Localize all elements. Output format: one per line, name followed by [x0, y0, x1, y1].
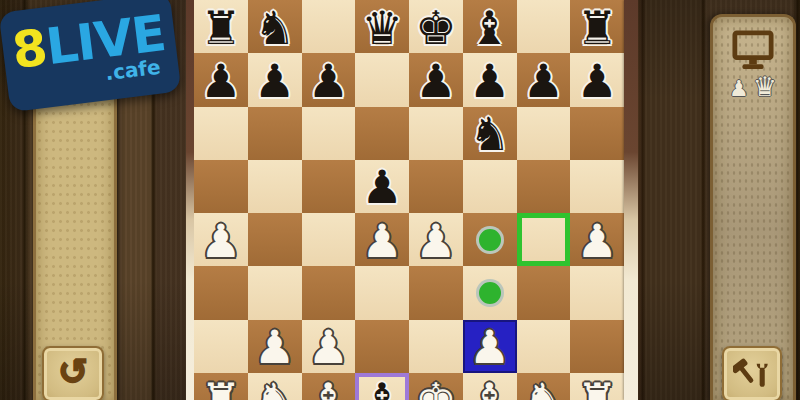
square-c4[interactable]: [302, 213, 356, 266]
board-border-left: [186, 0, 194, 400]
square-d6[interactable]: [355, 107, 409, 160]
square-d8[interactable]: ♛: [355, 0, 409, 53]
square-f2[interactable]: ♟: [463, 320, 517, 373]
square-c2[interactable]: ♟: [302, 320, 356, 373]
square-h1[interactable]: ♜: [570, 373, 624, 400]
white-pawn-d4: ♟: [362, 218, 403, 264]
square-g4[interactable]: [517, 213, 571, 266]
chess-board: ♜♞♛♚♝♜♟♟♟♟♟♟♟♞♟♟♟♟♟♟♟♟♜♞♝♝♚♝♞♜: [194, 0, 624, 400]
square-g8[interactable]: [517, 0, 571, 53]
game-screen: 8 LIVE .cafe ↺ ♜♞♛♚♝♜♟♟♟♟♟♟♟♞♟♟♟♟♟♟♟♟♜♞♝…: [0, 0, 800, 400]
white-pawn-e4: ♟: [415, 218, 456, 264]
square-d7[interactable]: [355, 53, 409, 106]
black-pawn-f7: ♟: [469, 58, 510, 104]
black-queen-d8: ♛: [362, 5, 403, 51]
square-e4[interactable]: ♟: [409, 213, 463, 266]
black-pawn-b7: ♟: [254, 58, 295, 104]
white-pawn-f2: ♟: [469, 324, 510, 370]
brand-logo-suffix: .cafe: [104, 55, 162, 86]
side-panel-right: ♟ ♛: [710, 14, 796, 400]
square-a5[interactable]: [194, 160, 248, 213]
square-e3[interactable]: [409, 266, 463, 319]
legal-move-dot-f4[interactable]: [476, 226, 504, 254]
square-c1[interactable]: ♝: [302, 373, 356, 400]
square-f6[interactable]: ♞: [463, 107, 517, 160]
square-d1[interactable]: ♝: [355, 373, 409, 400]
black-pawn-d5: ♟: [362, 164, 403, 210]
square-h5[interactable]: [570, 160, 624, 213]
square-a2[interactable]: [194, 320, 248, 373]
white-pawn-b2: ♟: [254, 324, 295, 370]
chess-board-frame: ♜♞♛♚♝♜♟♟♟♟♟♟♟♞♟♟♟♟♟♟♟♟♜♞♝♝♚♝♞♜: [186, 0, 638, 400]
square-b7[interactable]: ♟: [248, 53, 302, 106]
square-h2[interactable]: [570, 320, 624, 373]
square-d4[interactable]: ♟: [355, 213, 409, 266]
square-h4[interactable]: ♟: [570, 213, 624, 266]
white-knight-b1: ♞: [254, 377, 295, 400]
square-e2[interactable]: [409, 320, 463, 373]
white-king-e1: ♚: [415, 377, 456, 400]
white-pawn-h4: ♟: [577, 218, 618, 264]
white-pawn-a4: ♟: [200, 218, 241, 264]
square-b6[interactable]: [248, 107, 302, 160]
undo-button[interactable]: ↺: [42, 346, 104, 400]
square-a1[interactable]: ♜: [194, 373, 248, 400]
square-e1[interactable]: ♚: [409, 373, 463, 400]
legal-move-dot-f3[interactable]: [476, 279, 504, 307]
square-c3[interactable]: [302, 266, 356, 319]
square-g5[interactable]: [517, 160, 571, 213]
black-pawn-h7: ♟: [577, 58, 618, 104]
square-a4[interactable]: ♟: [194, 213, 248, 266]
square-a8[interactable]: ♜: [194, 0, 248, 53]
square-b1[interactable]: ♞: [248, 373, 302, 400]
black-rook-a8: ♜: [200, 5, 241, 51]
black-knight-f6: ♞: [469, 111, 510, 157]
square-f5[interactable]: [463, 160, 517, 213]
square-a6[interactable]: [194, 107, 248, 160]
black-pawn-c7: ♟: [308, 58, 349, 104]
difficulty-pieces-indicator: ♟ ♛: [713, 73, 793, 100]
white-bishop-c1: ♝: [308, 377, 349, 400]
black-bishop-d1: ♝: [362, 377, 403, 400]
square-f4[interactable]: [463, 213, 517, 266]
square-b4[interactable]: [248, 213, 302, 266]
hammer-wrench-icon: [733, 357, 771, 391]
white-pawn-c2: ♟: [308, 324, 349, 370]
square-a3[interactable]: [194, 266, 248, 319]
square-d5[interactable]: ♟: [355, 160, 409, 213]
square-g2[interactable]: [517, 320, 571, 373]
square-a7[interactable]: ♟: [194, 53, 248, 106]
white-queen-icon: ♛: [753, 73, 777, 100]
square-c5[interactable]: [302, 160, 356, 213]
square-b2[interactable]: ♟: [248, 320, 302, 373]
square-e8[interactable]: ♚: [409, 0, 463, 53]
black-pawn-g7: ♟: [523, 58, 564, 104]
computer-opponent-icon: [730, 29, 776, 71]
square-f1[interactable]: ♝: [463, 373, 517, 400]
square-d3[interactable]: [355, 266, 409, 319]
square-d2[interactable]: [355, 320, 409, 373]
square-c7[interactable]: ♟: [302, 53, 356, 106]
square-g1[interactable]: ♞: [517, 373, 571, 400]
black-bishop-f8: ♝: [469, 5, 510, 51]
square-e5[interactable]: [409, 160, 463, 213]
black-king-e8: ♚: [415, 5, 456, 51]
square-h6[interactable]: [570, 107, 624, 160]
white-knight-g1: ♞: [523, 377, 564, 400]
black-rook-h8: ♜: [577, 5, 618, 51]
square-c6[interactable]: [302, 107, 356, 160]
square-f3[interactable]: [463, 266, 517, 319]
square-h8[interactable]: ♜: [570, 0, 624, 53]
square-e6[interactable]: [409, 107, 463, 160]
square-h7[interactable]: ♟: [570, 53, 624, 106]
black-pawn-a7: ♟: [200, 58, 241, 104]
square-f8[interactable]: ♝: [463, 0, 517, 53]
square-e7[interactable]: ♟: [409, 53, 463, 106]
square-g6[interactable]: [517, 107, 571, 160]
white-bishop-f1: ♝: [469, 377, 510, 400]
settings-tools-button[interactable]: [722, 346, 782, 400]
undo-arrow-icon: ↺: [58, 354, 88, 390]
white-rook-h1: ♜: [577, 377, 618, 400]
square-g3[interactable]: [517, 266, 571, 319]
board-border-right: [624, 0, 638, 400]
square-g7[interactable]: ♟: [517, 53, 571, 106]
square-c8[interactable]: [302, 0, 356, 53]
square-b5[interactable]: [248, 160, 302, 213]
black-knight-b8: ♞: [254, 5, 295, 51]
white-pawn-icon: ♟: [729, 78, 749, 100]
brand-logo: 8 LIVE .cafe: [0, 0, 181, 112]
white-rook-a1: ♜: [200, 377, 241, 400]
square-h3[interactable]: [570, 266, 624, 319]
black-pawn-e7: ♟: [415, 58, 456, 104]
square-b3[interactable]: [248, 266, 302, 319]
square-b8[interactable]: ♞: [248, 0, 302, 53]
square-f7[interactable]: ♟: [463, 53, 517, 106]
